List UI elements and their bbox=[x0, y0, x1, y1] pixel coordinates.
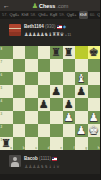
white-pawn-h3[interactable]: ♟ bbox=[88, 111, 101, 124]
rank-label-6: 6 bbox=[1, 73, 3, 77]
square-e4[interactable] bbox=[50, 98, 63, 111]
square-b8[interactable] bbox=[13, 46, 26, 59]
square-g1[interactable]: g bbox=[75, 137, 88, 150]
square-d7[interactable] bbox=[38, 59, 51, 72]
move-token: 60. bbox=[90, 11, 96, 19]
square-d1[interactable]: d bbox=[38, 137, 51, 150]
square-b4[interactable] bbox=[13, 98, 26, 111]
white-king-h2[interactable]: ♚ bbox=[88, 124, 101, 137]
black-pawn-f4[interactable]: ♟ bbox=[63, 98, 76, 111]
top-player-rating: (930) bbox=[45, 24, 56, 29]
rank-label-8: 8 bbox=[1, 47, 3, 51]
bottom-spacer bbox=[0, 174, 100, 180]
black-rook-f8[interactable]: ♜ bbox=[63, 46, 76, 59]
square-f8[interactable]: ♜ bbox=[63, 46, 76, 59]
square-d4[interactable]: ♟ bbox=[38, 98, 51, 111]
top-bar: ← ♟ Chess .com bbox=[0, 0, 100, 11]
rank-label-2: 2 bbox=[1, 125, 3, 129]
square-d6[interactable] bbox=[38, 72, 51, 85]
pawn-logo-icon: ♟ bbox=[32, 0, 38, 11]
square-a2[interactable]: 2 bbox=[0, 124, 13, 137]
square-h8[interactable]: ♚ bbox=[88, 46, 101, 59]
square-h4[interactable] bbox=[88, 98, 101, 111]
chesscom-logo[interactable]: ♟ Chess .com bbox=[0, 0, 100, 11]
square-b2[interactable] bbox=[13, 124, 26, 137]
move-token[interactable]: Qg6+ bbox=[10, 11, 20, 19]
square-c7[interactable] bbox=[25, 59, 38, 72]
square-e8[interactable]: ♜ bbox=[50, 46, 63, 59]
square-h2[interactable]: ♚ bbox=[88, 124, 101, 137]
move-token[interactable]: Kg8 bbox=[50, 11, 57, 19]
square-d2[interactable] bbox=[38, 124, 51, 137]
square-d5[interactable] bbox=[38, 85, 51, 98]
logo-suffix: .com bbox=[56, 3, 68, 9]
square-g6[interactable]: ♝ bbox=[75, 72, 88, 85]
square-a4[interactable]: 4 bbox=[0, 98, 13, 111]
white-pawn-g2[interactable]: ♟ bbox=[75, 124, 88, 137]
black-king-h8[interactable]: ♚ bbox=[88, 46, 101, 59]
file-label-h: h bbox=[98, 146, 100, 150]
square-b3[interactable] bbox=[13, 111, 26, 124]
square-d3[interactable] bbox=[38, 111, 51, 124]
square-f2[interactable] bbox=[63, 124, 76, 137]
avatar-person-icon bbox=[13, 157, 17, 161]
bottom-player-avatar[interactable] bbox=[9, 155, 21, 167]
square-c5[interactable] bbox=[25, 85, 38, 98]
bottom-captured-tray: ♟♟♟♟♞♞♝♝♛ bbox=[24, 163, 60, 169]
square-f5[interactable] bbox=[63, 85, 76, 98]
square-h5[interactable] bbox=[88, 85, 101, 98]
square-a5[interactable]: 5 bbox=[0, 85, 13, 98]
top-player-name[interactable]: Beth1164 (930) ◆ bbox=[24, 24, 66, 29]
bottom-player-name[interactable]: Bacob (1111) bbox=[24, 156, 57, 161]
square-f1[interactable]: f bbox=[63, 137, 76, 150]
square-g2[interactable]: ♟ bbox=[75, 124, 88, 137]
move-token[interactable]: Kh8 bbox=[21, 11, 28, 19]
square-a1[interactable]: 1a♜ bbox=[0, 137, 13, 150]
square-g5[interactable]: ♟ bbox=[75, 85, 88, 98]
square-g3[interactable] bbox=[75, 111, 88, 124]
square-e5[interactable]: ♟ bbox=[50, 85, 63, 98]
square-b6[interactable] bbox=[13, 72, 26, 85]
square-a7[interactable]: 7 bbox=[0, 59, 13, 72]
top-captured-tray: ♟♟♟♟♟♞♝♜♜♛+11 bbox=[24, 31, 71, 37]
move-token: 57. bbox=[2, 11, 8, 19]
chess-board[interactable]: 8♜♜♚76♝5♟♟4♟♟3♟♟2♟♚1a♜bcdefgh bbox=[0, 46, 100, 150]
us-flag-icon-bottom bbox=[52, 157, 57, 161]
material-score: +11 bbox=[65, 32, 72, 37]
black-pawn-g5[interactable]: ♟ bbox=[75, 85, 88, 98]
square-h3[interactable]: ♟ bbox=[88, 111, 101, 124]
diamond-member-icon: ◆ bbox=[63, 24, 66, 29]
move-list-bar[interactable]: 57.Qg6+Kh858.Qh6+Kg859.Qg6+Kh860.Qh6+Kg8 bbox=[0, 11, 100, 19]
square-c3[interactable] bbox=[25, 111, 38, 124]
square-c2[interactable] bbox=[25, 124, 38, 137]
square-c8[interactable] bbox=[25, 46, 38, 59]
square-h7[interactable] bbox=[88, 59, 101, 72]
logo-text: Chess bbox=[39, 3, 56, 9]
move-token[interactable]: Qh6+ bbox=[97, 11, 100, 19]
square-d8[interactable] bbox=[38, 46, 51, 59]
move-token: 58. bbox=[31, 11, 37, 19]
square-h6[interactable] bbox=[88, 72, 101, 85]
top-player-avatar[interactable] bbox=[9, 24, 21, 36]
us-flag-icon bbox=[57, 25, 62, 29]
square-b5[interactable] bbox=[13, 85, 26, 98]
black-pawn-e5[interactable]: ♟ bbox=[50, 85, 63, 98]
square-e3[interactable] bbox=[50, 111, 63, 124]
square-a8[interactable]: 8 bbox=[0, 46, 13, 59]
black-rook-e8[interactable]: ♜ bbox=[50, 46, 63, 59]
square-h1[interactable]: h bbox=[88, 137, 101, 150]
square-c4[interactable] bbox=[25, 98, 38, 111]
square-c1[interactable]: c bbox=[25, 137, 38, 150]
black-pawn-d4[interactable]: ♟ bbox=[38, 98, 51, 111]
square-e2[interactable] bbox=[50, 124, 63, 137]
square-e1[interactable]: e bbox=[50, 137, 63, 150]
square-f6[interactable] bbox=[63, 72, 76, 85]
square-g4[interactable] bbox=[75, 98, 88, 111]
square-e7[interactable] bbox=[50, 59, 63, 72]
rank-label-5: 5 bbox=[1, 86, 3, 90]
white-pawn-f3[interactable]: ♟ bbox=[63, 111, 76, 124]
square-b1[interactable]: b bbox=[13, 137, 26, 150]
bottom-player-rating: (1111) bbox=[39, 156, 51, 161]
square-f3[interactable]: ♟ bbox=[63, 111, 76, 124]
square-g8[interactable] bbox=[75, 46, 88, 59]
rank-label-4: 4 bbox=[1, 99, 3, 103]
square-b7[interactable] bbox=[13, 59, 26, 72]
white-bishop-g6[interactable]: ♝ bbox=[75, 72, 88, 85]
square-g7[interactable] bbox=[75, 59, 88, 72]
black-rook-a1[interactable]: ♜ bbox=[0, 137, 13, 150]
square-a3[interactable]: 3 bbox=[0, 111, 13, 124]
move-token[interactable]: Qh6+ bbox=[38, 11, 48, 19]
move-token: 59. bbox=[59, 11, 65, 19]
square-c6[interactable] bbox=[25, 72, 38, 85]
square-f7[interactable] bbox=[63, 59, 76, 72]
square-a6[interactable]: 6 bbox=[0, 72, 13, 85]
rank-label-3: 3 bbox=[1, 112, 3, 116]
rank-label-7: 7 bbox=[1, 60, 3, 64]
square-f4[interactable]: ♟ bbox=[63, 98, 76, 111]
square-e6[interactable] bbox=[50, 72, 63, 85]
move-token[interactable]: Qg6+ bbox=[67, 11, 77, 19]
current-move[interactable]: Kh8 bbox=[79, 11, 88, 19]
chess-app-screen: ← ♟ Chess .com 57.Qg6+Kh858.Qh6+Kg859.Qg… bbox=[0, 0, 100, 180]
